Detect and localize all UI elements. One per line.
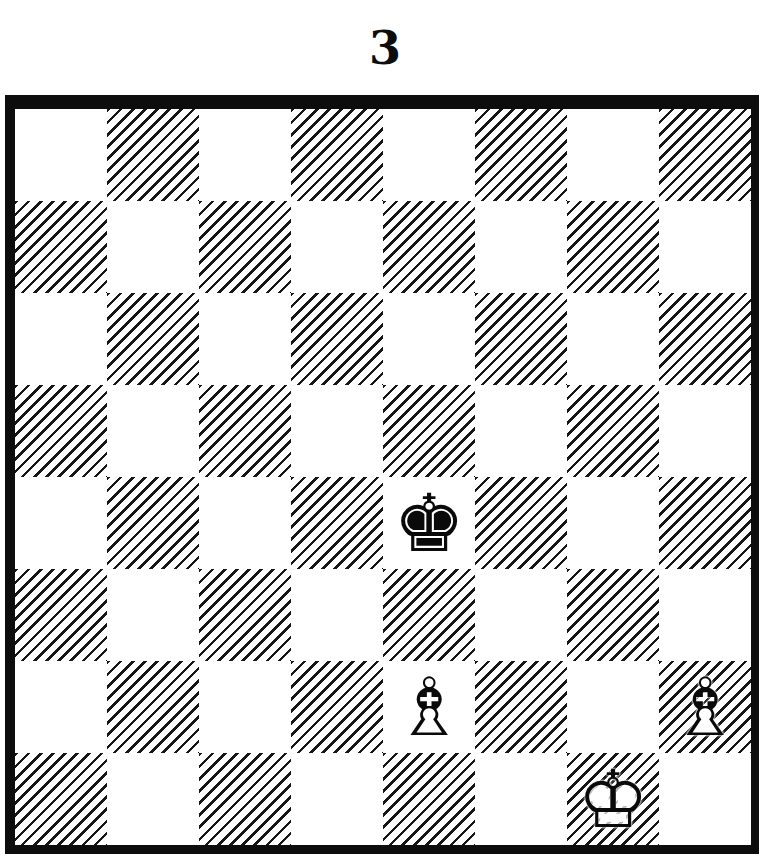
square-h2: ♗ xyxy=(659,661,751,753)
square-f5 xyxy=(475,385,567,477)
square-f8 xyxy=(475,109,567,201)
white-bishop: ♗ xyxy=(393,668,465,748)
square-f6 xyxy=(475,293,567,385)
square-a4 xyxy=(15,477,107,569)
square-b5 xyxy=(107,385,199,477)
square-b1 xyxy=(107,753,199,845)
square-h5 xyxy=(659,385,751,477)
square-a7 xyxy=(15,201,107,293)
square-f3 xyxy=(475,569,567,661)
square-d1 xyxy=(291,753,383,845)
white-king: ♔ xyxy=(577,760,649,840)
square-e8 xyxy=(383,109,475,201)
square-h7 xyxy=(659,201,751,293)
square-g3 xyxy=(567,569,659,661)
square-c7 xyxy=(199,201,291,293)
square-e7 xyxy=(383,201,475,293)
square-d8 xyxy=(291,109,383,201)
square-h8 xyxy=(659,109,751,201)
square-d3 xyxy=(291,569,383,661)
square-c4 xyxy=(199,477,291,569)
square-d2 xyxy=(291,661,383,753)
square-d7 xyxy=(291,201,383,293)
square-c5 xyxy=(199,385,291,477)
square-g7 xyxy=(567,201,659,293)
square-c1 xyxy=(199,753,291,845)
white-bishop: ♗ xyxy=(669,668,741,748)
square-h4 xyxy=(659,477,751,569)
square-a1 xyxy=(15,753,107,845)
square-b6 xyxy=(107,293,199,385)
square-h6 xyxy=(659,293,751,385)
square-d4 xyxy=(291,477,383,569)
square-e1 xyxy=(383,753,475,845)
square-e6 xyxy=(383,293,475,385)
square-e3 xyxy=(383,569,475,661)
square-h3 xyxy=(659,569,751,661)
diagram-number: 3 xyxy=(0,0,770,95)
square-g4 xyxy=(567,477,659,569)
square-b7 xyxy=(107,201,199,293)
chess-board: ♚♗♗♔ xyxy=(5,95,759,854)
square-d5 xyxy=(291,385,383,477)
square-b3 xyxy=(107,569,199,661)
square-a5 xyxy=(15,385,107,477)
square-f1 xyxy=(475,753,567,845)
square-e5 xyxy=(383,385,475,477)
square-f4 xyxy=(475,477,567,569)
square-g5 xyxy=(567,385,659,477)
square-b8 xyxy=(107,109,199,201)
square-e4: ♚ xyxy=(383,477,475,569)
black-king: ♚ xyxy=(393,484,465,564)
square-a3 xyxy=(15,569,107,661)
square-b4 xyxy=(107,477,199,569)
square-g2 xyxy=(567,661,659,753)
square-d6 xyxy=(291,293,383,385)
square-a6 xyxy=(15,293,107,385)
square-f2 xyxy=(475,661,567,753)
square-g1: ♔ xyxy=(567,753,659,845)
square-a2 xyxy=(15,661,107,753)
square-e2: ♗ xyxy=(383,661,475,753)
square-g8 xyxy=(567,109,659,201)
square-c2 xyxy=(199,661,291,753)
square-a8 xyxy=(15,109,107,201)
square-c8 xyxy=(199,109,291,201)
square-c3 xyxy=(199,569,291,661)
square-g6 xyxy=(567,293,659,385)
square-c6 xyxy=(199,293,291,385)
book-page: 3 ♚♗♗♔ xyxy=(0,0,770,854)
square-b2 xyxy=(107,661,199,753)
square-h1 xyxy=(659,753,751,845)
square-f7 xyxy=(475,201,567,293)
